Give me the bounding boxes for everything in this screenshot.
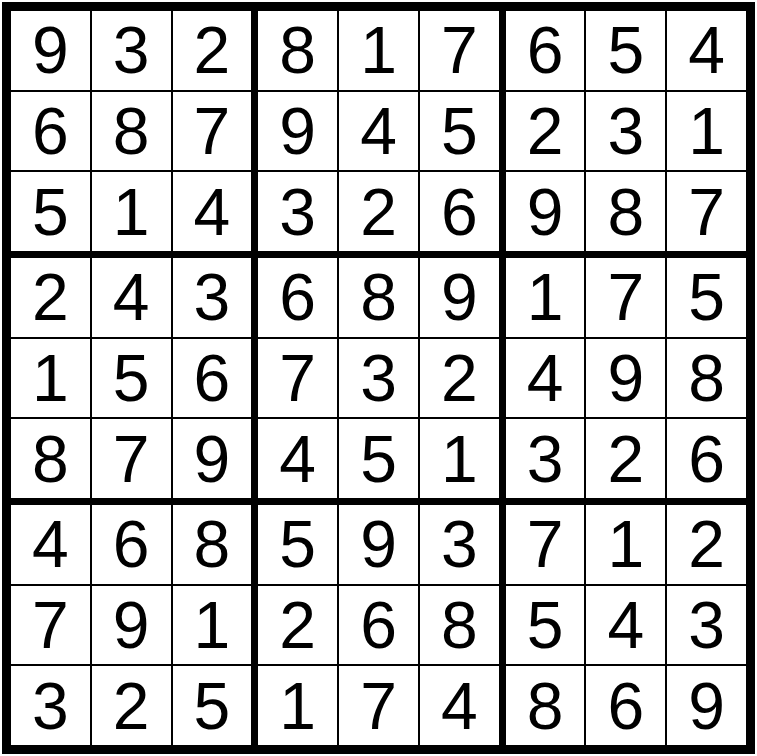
cell-r1c3: 2 <box>173 11 252 90</box>
cell-r5c4: 7 <box>258 339 337 418</box>
sudoku-box-4: 2 4 3 1 5 6 8 7 9 <box>11 258 251 498</box>
cell-r8c6: 8 <box>420 586 499 665</box>
cell-r2c1: 6 <box>11 92 90 171</box>
cell-r9c6: 4 <box>420 666 499 745</box>
cell-r3c2: 1 <box>92 172 171 251</box>
cell-r8c9: 3 <box>667 586 746 665</box>
cell-r7c1: 4 <box>11 505 90 584</box>
cell-r3c1: 5 <box>11 172 90 251</box>
cell-r2c3: 7 <box>173 92 252 171</box>
cell-r4c6: 9 <box>420 258 499 337</box>
sudoku-box-3: 6 5 4 2 3 1 9 8 7 <box>506 11 746 251</box>
cell-r9c2: 2 <box>92 666 171 745</box>
cell-r7c7: 7 <box>506 505 585 584</box>
cell-r6c9: 6 <box>667 419 746 498</box>
page-background: 9 3 2 6 8 7 5 1 4 8 1 7 9 4 5 3 2 6 6 5 … <box>0 0 757 756</box>
cell-r6c6: 1 <box>420 419 499 498</box>
cell-r2c9: 1 <box>667 92 746 171</box>
cell-r1c5: 1 <box>339 11 418 90</box>
cell-r2c4: 9 <box>258 92 337 171</box>
cell-r2c8: 3 <box>586 92 665 171</box>
cell-r1c4: 8 <box>258 11 337 90</box>
cell-r7c3: 8 <box>173 505 252 584</box>
cell-r4c3: 3 <box>173 258 252 337</box>
sudoku-box-5: 6 8 9 7 3 2 4 5 1 <box>258 258 498 498</box>
cell-r2c2: 8 <box>92 92 171 171</box>
sudoku-box-6: 1 7 5 4 9 8 3 2 6 <box>506 258 746 498</box>
cell-r5c9: 8 <box>667 339 746 418</box>
sudoku-box-2: 8 1 7 9 4 5 3 2 6 <box>258 11 498 251</box>
sudoku-box-1: 9 3 2 6 8 7 5 1 4 <box>11 11 251 251</box>
cell-r9c9: 9 <box>667 666 746 745</box>
cell-r9c7: 8 <box>506 666 585 745</box>
sudoku-box-9: 7 1 2 5 4 3 8 6 9 <box>506 505 746 745</box>
cell-r7c4: 5 <box>258 505 337 584</box>
cell-r7c6: 3 <box>420 505 499 584</box>
cell-r8c3: 1 <box>173 586 252 665</box>
cell-r5c1: 1 <box>11 339 90 418</box>
cell-r2c6: 5 <box>420 92 499 171</box>
cell-r9c8: 6 <box>586 666 665 745</box>
cell-r5c2: 5 <box>92 339 171 418</box>
cell-r1c7: 6 <box>506 11 585 90</box>
cell-r4c7: 1 <box>506 258 585 337</box>
cell-r3c3: 4 <box>173 172 252 251</box>
cell-r1c6: 7 <box>420 11 499 90</box>
sudoku-box-7: 4 6 8 7 9 1 3 2 5 <box>11 505 251 745</box>
sudoku-box-8: 5 9 3 2 6 8 1 7 4 <box>258 505 498 745</box>
cell-r7c5: 9 <box>339 505 418 584</box>
cell-r8c2: 9 <box>92 586 171 665</box>
cell-r4c4: 6 <box>258 258 337 337</box>
cell-r3c7: 9 <box>506 172 585 251</box>
cell-r7c9: 2 <box>667 505 746 584</box>
cell-r1c8: 5 <box>586 11 665 90</box>
cell-r8c8: 4 <box>586 586 665 665</box>
cell-r6c4: 4 <box>258 419 337 498</box>
cell-r1c9: 4 <box>667 11 746 90</box>
cell-r9c3: 5 <box>173 666 252 745</box>
cell-r3c4: 3 <box>258 172 337 251</box>
cell-r6c3: 9 <box>173 419 252 498</box>
cell-r4c9: 5 <box>667 258 746 337</box>
cell-r5c8: 9 <box>586 339 665 418</box>
cell-r1c1: 9 <box>11 11 90 90</box>
cell-r6c8: 2 <box>586 419 665 498</box>
cell-r6c7: 3 <box>506 419 585 498</box>
cell-r6c5: 5 <box>339 419 418 498</box>
cell-r3c8: 8 <box>586 172 665 251</box>
cell-r2c5: 4 <box>339 92 418 171</box>
cell-r5c3: 6 <box>173 339 252 418</box>
cell-r4c8: 7 <box>586 258 665 337</box>
cell-r8c7: 5 <box>506 586 585 665</box>
cell-r4c2: 4 <box>92 258 171 337</box>
cell-r3c6: 6 <box>420 172 499 251</box>
cell-r9c1: 3 <box>11 666 90 745</box>
cell-r3c9: 7 <box>667 172 746 251</box>
cell-r7c8: 1 <box>586 505 665 584</box>
cell-r4c5: 8 <box>339 258 418 337</box>
cell-r6c1: 8 <box>11 419 90 498</box>
sudoku-board: 9 3 2 6 8 7 5 1 4 8 1 7 9 4 5 3 2 6 6 5 … <box>2 2 755 754</box>
cell-r6c2: 7 <box>92 419 171 498</box>
cell-r2c7: 2 <box>506 92 585 171</box>
cell-r9c5: 7 <box>339 666 418 745</box>
cell-r3c5: 2 <box>339 172 418 251</box>
cell-r8c1: 7 <box>11 586 90 665</box>
cell-r5c5: 3 <box>339 339 418 418</box>
cell-r5c6: 2 <box>420 339 499 418</box>
cell-r8c4: 2 <box>258 586 337 665</box>
cell-r1c2: 3 <box>92 11 171 90</box>
cell-r9c4: 1 <box>258 666 337 745</box>
cell-r4c1: 2 <box>11 258 90 337</box>
cell-r8c5: 6 <box>339 586 418 665</box>
cell-r5c7: 4 <box>506 339 585 418</box>
cell-r7c2: 6 <box>92 505 171 584</box>
